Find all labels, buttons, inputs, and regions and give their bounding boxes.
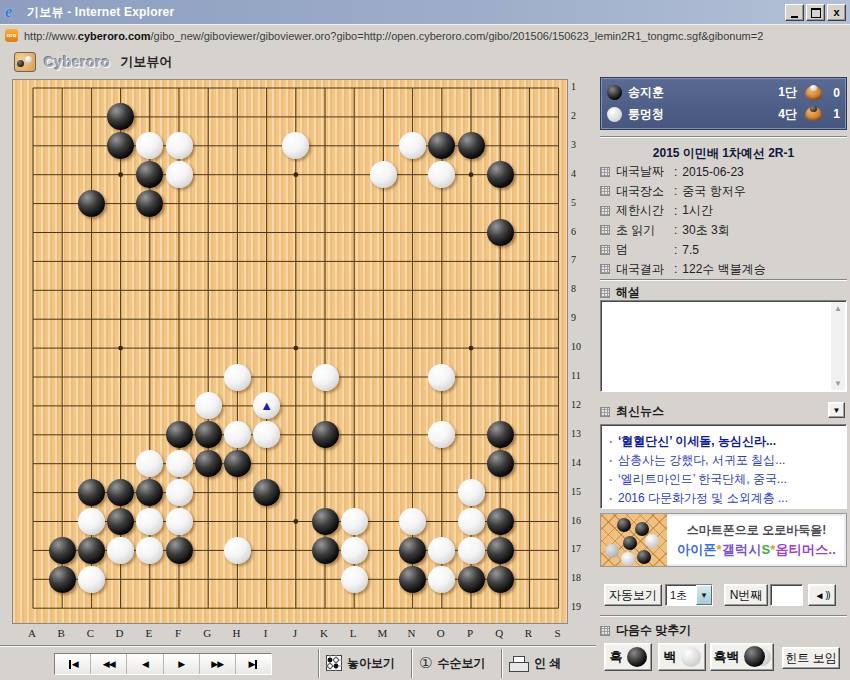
white-stone-icon xyxy=(607,107,622,122)
stone-black xyxy=(195,421,222,448)
guess-white-button[interactable]: 백 xyxy=(658,643,706,671)
news-link-text: ‘혈혈단신’ 이세돌, 농심신라... xyxy=(618,433,776,450)
info-label: 대국날짜 xyxy=(616,163,674,180)
game-info-row: 대국결과:122수 백불계승 xyxy=(600,260,847,280)
stone-white xyxy=(399,508,426,535)
column-label: R xyxy=(525,627,532,639)
commentary-box[interactable]: ▲ ▼ xyxy=(600,300,847,392)
row-label: 15 xyxy=(571,486,581,497)
grid-icon xyxy=(600,264,610,274)
grid-icon xyxy=(600,407,610,417)
column-label: O xyxy=(437,627,445,639)
move-number-input[interactable] xyxy=(770,584,803,606)
fast-forward-button[interactable]: ▶▶ xyxy=(200,654,236,674)
minimize-button[interactable] xyxy=(785,4,804,21)
print-button[interactable]: 인 쇄 xyxy=(509,651,561,675)
first-move-button[interactable]: ◀ xyxy=(55,654,91,674)
interval-select[interactable]: 1초 ▼ xyxy=(665,584,713,606)
auto-view-button[interactable]: 자동보기 xyxy=(604,584,662,606)
grid-icon xyxy=(600,167,610,177)
close-button[interactable]: x xyxy=(827,4,846,21)
news-link[interactable]: ·‘엘리트마인드’ 한국단체, 중국... xyxy=(607,470,840,489)
grid-icon xyxy=(600,186,610,196)
window-title: 기보뷰 - Internet Explorer xyxy=(27,4,174,21)
stone-black xyxy=(458,132,485,159)
grid-icon xyxy=(600,626,610,636)
last-move-triangle-marker: ▲ xyxy=(253,392,280,419)
row-label: 18 xyxy=(571,572,581,583)
stone-white xyxy=(166,450,193,477)
stone-white xyxy=(107,537,134,564)
stone-black xyxy=(49,537,76,564)
stone-black xyxy=(487,566,514,593)
column-label: Q xyxy=(495,627,503,639)
try-moves-button[interactable]: 놓아보기 xyxy=(326,651,395,675)
grid-icon xyxy=(600,288,610,298)
stone-black xyxy=(399,566,426,593)
row-label: 7 xyxy=(571,254,576,265)
column-label: D xyxy=(116,627,124,639)
info-label: 덤 xyxy=(616,241,674,258)
white-captures-count: 1 xyxy=(828,107,840,121)
ad-text-line2: 아이폰*갤럭시S*옵티머스.. xyxy=(677,541,836,559)
try-moves-label: 놓아보기 xyxy=(347,655,395,672)
game-info-row: 대국장소:중국 항저우 xyxy=(600,182,847,202)
stone-white xyxy=(166,161,193,188)
column-label: E xyxy=(145,627,152,639)
stone-white xyxy=(78,566,105,593)
stone-white xyxy=(428,566,455,593)
playback-toolbar: ◀ ◀◀ ◀ ▶ ▶▶ ▶ 놓아보기 ① 수순보기 인 쇄 xyxy=(0,647,596,680)
game-info-row: 제한시간:1시간 xyxy=(600,201,847,221)
scroll-up-icon[interactable]: ▲ xyxy=(834,304,842,313)
stone-white xyxy=(458,537,485,564)
stone-black xyxy=(487,537,514,564)
info-label: 제한시간 xyxy=(616,202,674,219)
game-info-row: 덤:7.5 xyxy=(600,240,847,260)
stone-black xyxy=(487,508,514,535)
stone-black xyxy=(253,479,280,506)
guess-black-button[interactable]: 흑 xyxy=(604,643,652,671)
info-value: 2015-06-23 xyxy=(682,165,743,179)
cyberoro-logo-icon xyxy=(14,52,36,72)
info-panel: 송지훈 1단 0 퉁멍청 4단 1 2015 이민배 1차예선 2R-1 대국날… xyxy=(595,76,850,680)
interval-value: 1초 xyxy=(666,585,696,605)
column-label: H xyxy=(232,627,240,639)
stone-white xyxy=(428,537,455,564)
info-value: 122수 백불계승 xyxy=(682,261,765,278)
white-player-row: 퉁멍청 4단 1 xyxy=(607,106,840,123)
last-move-button[interactable]: ▶ xyxy=(236,654,271,674)
news-link[interactable]: ·2016 다문화가정 및 소외계층 ... xyxy=(607,489,840,508)
nth-move-button[interactable]: N번째 xyxy=(724,584,768,606)
app-name: 기보뷰어 xyxy=(120,53,172,71)
ad-banner[interactable]: 스마트폰으로 오로바둑을! 아이폰*갤럭시S*옵티머스.. xyxy=(600,513,847,567)
maximize-button[interactable] xyxy=(806,4,825,21)
column-label: M xyxy=(378,627,388,639)
stone-black xyxy=(487,421,514,448)
info-label: 대국장소 xyxy=(616,183,674,200)
stone-white xyxy=(341,508,368,535)
black-stone-icon xyxy=(627,647,647,667)
row-label: 19 xyxy=(571,601,581,612)
stone-black xyxy=(312,537,339,564)
stone-black xyxy=(166,421,193,448)
news-link[interactable]: ·‘혈혈단신’ 이세돌, 농심신라... xyxy=(607,432,840,451)
game-info-list: 대국날짜:2015-06-23대국장소:중국 항저우제한시간:1시간초 읽기:3… xyxy=(600,162,847,279)
column-label: P xyxy=(467,627,473,639)
row-label: 16 xyxy=(571,515,581,526)
row-label: 8 xyxy=(571,283,576,294)
black-stone-icon xyxy=(607,85,622,100)
row-label: 5 xyxy=(571,197,576,208)
stone-white xyxy=(224,537,251,564)
stone-black xyxy=(107,479,134,506)
cyberoro-logo-text: Cyberoro xyxy=(44,54,110,70)
stone-white xyxy=(166,508,193,535)
white-player-rank: 4단 xyxy=(778,106,797,123)
stone-black xyxy=(166,537,193,564)
black-player-name: 송지훈 xyxy=(628,84,772,101)
stone-black xyxy=(487,161,514,188)
column-label: K xyxy=(320,627,328,639)
speaker-icon: ◄ xyxy=(815,590,825,601)
hint-button[interactable]: 힌트 보임 xyxy=(782,647,840,669)
address-bar: oro http://www.cyberoro.com/gibo_new/gib… xyxy=(0,24,850,47)
info-label: 대국결과 xyxy=(616,261,674,278)
row-label: 3 xyxy=(571,139,576,150)
info-value: 중국 항저우 xyxy=(682,183,745,200)
dropdown-arrow-icon[interactable]: ▼ xyxy=(696,585,712,605)
row-label: 14 xyxy=(571,457,581,468)
ad-text-line1: 스마트폰으로 오로바둑을! xyxy=(687,522,826,539)
stone-black xyxy=(78,190,105,217)
title-bar: e 기보뷰 - Internet Explorer x xyxy=(0,0,850,25)
go-board[interactable]: ▲ xyxy=(12,79,568,624)
white-captures-bowl-icon xyxy=(805,107,822,121)
stone-white: ▲ xyxy=(253,392,280,419)
column-label: G xyxy=(203,627,211,639)
printer-icon xyxy=(509,656,529,671)
commentary-header: 해설 xyxy=(600,284,640,301)
black-player-rank: 1단 xyxy=(778,84,797,101)
ad-go-stones-image xyxy=(601,514,667,566)
stone-black xyxy=(78,537,105,564)
news-link[interactable]: ·삼총사는 강했다, 서귀포 칠십... xyxy=(607,451,840,470)
info-value: 30초 3회 xyxy=(682,222,729,239)
stone-black xyxy=(312,508,339,535)
row-label: 11 xyxy=(571,370,581,381)
stone-white xyxy=(78,508,105,535)
black-player-row: 송지훈 1단 0 xyxy=(607,84,840,101)
column-label: C xyxy=(87,627,94,639)
column-label: B xyxy=(58,627,65,639)
news-dropdown-button[interactable]: ▼ xyxy=(828,402,845,418)
stone-black xyxy=(399,537,426,564)
stone-black xyxy=(195,450,222,477)
stone-white xyxy=(224,364,251,391)
scroll-down-icon[interactable]: ▼ xyxy=(834,379,842,388)
stone-black xyxy=(107,508,134,535)
row-label: 9 xyxy=(571,312,576,323)
news-box: ·‘혈혈단신’ 이세돌, 농심신라...·삼총사는 강했다, 서귀포 칠십...… xyxy=(600,424,847,509)
row-label: 2 xyxy=(571,110,576,121)
playback-controls: ◀ ◀◀ ◀ ▶ ▶▶ ▶ xyxy=(54,653,272,675)
column-label: J xyxy=(293,627,297,639)
url-field[interactable]: http://www.cyberoro.com/gibo_new/gibovie… xyxy=(24,30,763,42)
black-captures-bowl-icon xyxy=(805,86,822,100)
stone-black xyxy=(487,219,514,246)
game-info-row: 대국날짜:2015-06-23 xyxy=(600,162,847,182)
stone-white xyxy=(312,364,339,391)
stone-white xyxy=(195,392,222,419)
stone-white xyxy=(224,421,251,448)
prev-move-button[interactable]: ◀ xyxy=(127,654,163,674)
stone-black xyxy=(49,566,76,593)
move-order-button[interactable]: ① 수순보기 xyxy=(419,651,485,675)
news-link-text: ‘엘리트마인드’ 한국단체, 중국... xyxy=(618,471,787,488)
guess-both-button[interactable]: 흑백 xyxy=(710,643,774,671)
news-header: 최신뉴스 xyxy=(600,403,664,420)
column-label: I xyxy=(264,627,268,639)
column-label: S xyxy=(555,627,561,639)
info-value: 7.5 xyxy=(682,243,699,257)
grid-icon xyxy=(600,225,610,235)
sound-button[interactable]: ◄)) xyxy=(808,584,836,606)
row-label: 17 xyxy=(571,543,581,554)
row-label: 12 xyxy=(571,399,581,410)
commentary-scrollbar: ▲ ▼ xyxy=(831,302,845,390)
circled-one-icon: ① xyxy=(419,654,432,672)
info-label: 초 읽기 xyxy=(616,222,674,239)
column-label: F xyxy=(175,627,181,639)
news-link-text: 삼총사는 강했다, 서귀포 칠십... xyxy=(618,452,785,469)
white-player-name: 퉁멍청 xyxy=(628,106,772,123)
stone-white xyxy=(458,479,485,506)
row-label: 1 xyxy=(571,81,576,92)
column-label: L xyxy=(350,627,357,639)
oro-favicon: oro xyxy=(5,29,18,42)
row-label: 10 xyxy=(571,341,581,352)
stone-white xyxy=(341,537,368,564)
next-move-button[interactable]: ▶ xyxy=(164,654,200,674)
grid-icon xyxy=(600,206,610,216)
grid-icon xyxy=(600,245,610,255)
column-label: N xyxy=(408,627,416,639)
stone-white xyxy=(166,132,193,159)
stone-black xyxy=(224,450,251,477)
black-captures-count: 0 xyxy=(828,86,840,100)
stone-white xyxy=(136,537,163,564)
move-order-label: 수순보기 xyxy=(437,655,485,672)
row-label: 6 xyxy=(571,226,576,237)
row-label: 13 xyxy=(571,428,581,439)
news-link-text: 2016 다문화가정 및 소외계층 ... xyxy=(618,490,788,507)
white-stone-icon xyxy=(681,647,701,667)
guess-next-header: 다음수 맞추기 xyxy=(600,622,691,639)
row-label: 4 xyxy=(571,168,576,179)
players-box: 송지훈 1단 0 퉁멍청 4단 1 xyxy=(600,77,847,130)
game-title: 2015 이민배 1차예선 2R-1 xyxy=(600,145,847,162)
fast-rewind-button[interactable]: ◀◀ xyxy=(91,654,127,674)
stone-white xyxy=(166,479,193,506)
stone-black xyxy=(458,566,485,593)
stone-white xyxy=(458,508,485,535)
print-label: 인 쇄 xyxy=(534,655,561,672)
gibo-viewer-window: e 기보뷰 - Internet Explorer x oro http://w… xyxy=(0,0,850,680)
stone-black xyxy=(78,479,105,506)
stone-white xyxy=(428,364,455,391)
stone-white xyxy=(370,161,397,188)
logo-bar: Cyberoro 기보뷰어 xyxy=(0,46,850,78)
column-label: A xyxy=(28,627,36,639)
stone-black xyxy=(487,450,514,477)
stones-grid-icon xyxy=(326,655,342,671)
info-value: 1시간 xyxy=(682,202,713,219)
stone-white xyxy=(341,566,368,593)
internet-explorer-icon: e xyxy=(5,4,21,20)
black-white-stones-icon xyxy=(744,646,771,668)
game-info-row: 초 읽기:30초 3회 xyxy=(600,221,847,241)
stone-black xyxy=(312,421,339,448)
